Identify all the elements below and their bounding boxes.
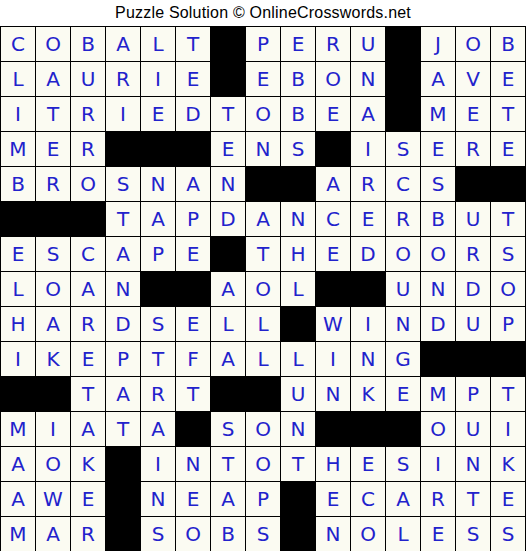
crossword-cell: A [421,62,456,97]
black-cell [71,202,106,237]
black-cell [1,377,36,412]
crossword-cell: S [491,237,526,272]
crossword-cell: K [36,342,71,377]
page-title: Puzzle Solution © OnlineCrosswords.net [0,0,526,26]
crossword-cell: O [36,27,71,62]
crossword-cell: B [211,517,246,551]
crossword-cell: N [316,517,351,551]
crossword-cell: A [211,482,246,517]
crossword-cell: R [386,202,421,237]
crossword-cell: R [71,132,106,167]
crossword-cell: H [316,447,351,482]
crossword-cell: T [36,97,71,132]
crossword-cell: A [1,482,36,517]
black-cell [176,412,211,447]
crossword-cell: T [456,482,491,517]
black-cell [211,62,246,97]
crossword-cell: E [176,237,211,272]
crossword-cell: N [456,447,491,482]
crossword-cell: N [281,412,316,447]
crossword-cell: U [351,27,386,62]
black-cell [281,167,316,202]
crossword-cell: T [281,447,316,482]
crossword-cell: O [421,237,456,272]
crossword-cell: O [246,447,281,482]
crossword-cell: A [106,27,141,62]
crossword-cell: I [1,97,36,132]
crossword-cell: R [106,62,141,97]
black-cell [456,167,491,202]
crossword-cell: E [456,97,491,132]
crossword-cell: O [71,167,106,202]
black-cell [141,272,176,307]
crossword-cell: D [456,272,491,307]
crossword-cell: M [1,412,36,447]
crossword-cell: E [351,202,386,237]
black-cell [281,307,316,342]
black-cell [246,167,281,202]
crossword-cell: P [176,202,211,237]
crossword-cell: O [491,272,526,307]
black-cell [386,97,421,132]
black-cell [316,272,351,307]
black-cell [211,27,246,62]
crossword-cell: D [176,97,211,132]
crossword-cell: E [176,62,211,97]
crossword-cell: A [1,447,36,482]
crossword-cell: A [36,307,71,342]
crossword-cell: T [211,97,246,132]
crossword-cell: P [456,377,491,412]
crossword-cell: T [246,237,281,272]
crossword-board: COBALTPERUJOBLAURIEEBONAVEITRIEDTOBEAMET… [0,26,526,551]
crossword-cell: W [316,307,351,342]
crossword-cell: D [106,307,141,342]
crossword-cell: T [141,342,176,377]
crossword-cell: N [421,272,456,307]
black-cell [351,272,386,307]
crossword-cell: K [71,447,106,482]
crossword-cell: R [141,377,176,412]
crossword-cell: C [1,27,36,62]
crossword-cell: I [1,342,36,377]
crossword-cell: H [1,307,36,342]
crossword-cell: R [71,307,106,342]
crossword-cell: N [316,377,351,412]
crossword-cell: P [491,307,526,342]
black-cell [386,412,421,447]
crossword-cell: I [141,62,176,97]
crossword-cell: U [386,272,421,307]
crossword-cell: A [211,342,246,377]
crossword-cell: E [386,377,421,412]
crossword-cell: B [281,62,316,97]
crossword-cell: B [1,167,36,202]
crossword-cell: E [491,132,526,167]
crossword-cell: S [141,517,176,551]
crossword-cell: O [176,517,211,551]
crossword-cell: E [71,342,106,377]
crossword-cell: R [456,237,491,272]
crossword-cell: A [246,202,281,237]
black-cell [246,377,281,412]
crossword-cell: P [246,27,281,62]
crossword-cell: S [386,447,421,482]
crossword-cell: A [211,272,246,307]
crossword-cell: E [36,132,71,167]
crossword-cell: R [316,27,351,62]
crossword-cell: O [456,27,491,62]
crossword-cell: R [36,167,71,202]
black-cell [106,447,141,482]
crossword-cell: A [316,167,351,202]
crossword-cell: M [421,377,456,412]
crossword-cell: C [351,482,386,517]
crossword-cell: N [281,202,316,237]
crossword-cell: N [106,272,141,307]
crossword-cell: T [176,27,211,62]
crossword-cell: M [421,97,456,132]
crossword-cell: B [281,97,316,132]
black-cell [386,27,421,62]
crossword-cell: A [71,412,106,447]
crossword-cell: S [491,517,526,551]
crossword-cell: E [491,482,526,517]
crossword-cell: S [211,412,246,447]
black-cell [281,517,316,551]
crossword-cell: E [141,97,176,132]
crossword-cell: S [141,307,176,342]
crossword-cell: O [246,97,281,132]
crossword-cell: E [316,482,351,517]
crossword-cell: P [246,482,281,517]
crossword-cell: T [211,447,246,482]
crossword-cell: C [386,167,421,202]
crossword-cell: S [281,132,316,167]
crossword-cell: I [351,132,386,167]
crossword-cell: G [386,342,421,377]
crossword-cell: P [141,237,176,272]
black-cell [421,342,456,377]
crossword-cell: E [176,482,211,517]
black-cell [1,202,36,237]
crossword-cell: B [71,27,106,62]
crossword-cell: C [71,237,106,272]
crossword-cell: L [281,272,316,307]
crossword-cell: O [386,237,421,272]
crossword-cell: B [491,27,526,62]
black-cell [316,132,351,167]
crossword-cell: D [211,202,246,237]
crossword-cell: U [71,62,106,97]
crossword-cell: S [421,167,456,202]
black-cell [386,62,421,97]
crossword-cell: E [211,132,246,167]
crossword-cell: A [176,167,211,202]
crossword-cell: L [1,272,36,307]
crossword-cell: N [351,342,386,377]
crossword-cell: I [421,447,456,482]
crossword-cell: T [106,202,141,237]
crossword-cell: I [106,97,141,132]
crossword-cell: R [421,482,456,517]
crossword-cell: N [386,307,421,342]
crossword-cell: A [106,237,141,272]
black-cell [316,412,351,447]
black-cell [456,342,491,377]
black-cell [36,377,71,412]
crossword-cell: S [456,517,491,551]
crossword-cell: F [176,342,211,377]
black-cell [176,272,211,307]
crossword-cell: I [491,412,526,447]
crossword-cell: O [246,272,281,307]
crossword-cell: A [386,482,421,517]
crossword-cell: N [141,482,176,517]
crossword-cell: E [71,482,106,517]
crossword-cell: R [71,517,106,551]
crossword-cell: L [386,517,421,551]
crossword-cell: T [176,377,211,412]
crossword-cell: R [351,167,386,202]
crossword-cell: A [351,97,386,132]
crossword-cell: A [106,377,141,412]
crossword-cell: O [246,412,281,447]
crossword-cell: I [36,412,71,447]
crossword-cell: L [211,307,246,342]
crossword-cell: H [281,237,316,272]
crossword-cell: M [1,132,36,167]
crossword-cell: N [246,132,281,167]
crossword-cell: E [316,97,351,132]
crossword-cell: L [246,342,281,377]
crossword-cell: T [106,412,141,447]
crossword-cell: O [421,412,456,447]
crossword-cell: E [316,237,351,272]
crossword-cell: M [1,517,36,551]
crossword-cell: A [141,412,176,447]
crossword-cell: N [176,447,211,482]
crossword-cell: L [1,62,36,97]
crossword-cell: I [351,307,386,342]
crossword-cell: U [281,377,316,412]
black-cell [106,517,141,551]
crossword-cell: I [316,342,351,377]
crossword-cell: O [36,447,71,482]
black-cell [106,482,141,517]
crossword-cell: S [36,237,71,272]
crossword-cell: L [246,307,281,342]
crossword-cell: D [421,307,456,342]
crossword-cell: J [421,27,456,62]
crossword-cell: E [421,132,456,167]
crossword-cell: V [456,62,491,97]
crossword-cell: E [421,517,456,551]
crossword-cell: U [456,202,491,237]
crossword-cell: A [36,517,71,551]
crossword-cell: K [491,447,526,482]
crossword-cell: N [351,62,386,97]
black-cell [36,202,71,237]
black-cell [141,132,176,167]
crossword-cell: A [71,272,106,307]
crossword-cell: A [141,202,176,237]
crossword-cell: L [281,342,316,377]
crossword-cell: O [316,62,351,97]
crossword-cell: E [246,62,281,97]
crossword-cell: L [141,27,176,62]
crossword-cell: E [281,27,316,62]
black-cell [176,132,211,167]
crossword-cell: U [456,412,491,447]
crossword-cell: U [456,307,491,342]
crossword-cell: E [1,237,36,272]
black-cell [491,342,526,377]
crossword-cell: P [106,342,141,377]
black-cell [351,412,386,447]
crossword-cell: E [491,62,526,97]
crossword-cell: S [246,517,281,551]
crossword-cell: S [386,132,421,167]
black-cell [281,482,316,517]
crossword-cell: O [351,517,386,551]
crossword-cell: E [176,307,211,342]
crossword-cell: N [211,167,246,202]
black-cell [211,237,246,272]
black-cell [106,132,141,167]
crossword-cell: K [351,377,386,412]
crossword-cell: D [351,237,386,272]
crossword-cell: R [71,97,106,132]
crossword-cell: W [36,482,71,517]
crossword-cell: N [141,167,176,202]
crossword-cell: T [491,377,526,412]
black-cell [491,167,526,202]
crossword-cell: T [491,97,526,132]
crossword-cell: T [71,377,106,412]
crossword-cell: S [106,167,141,202]
black-cell [211,377,246,412]
crossword-cell: T [491,202,526,237]
crossword-cell: R [456,132,491,167]
crossword-cell: B [421,202,456,237]
crossword-cell: E [351,447,386,482]
crossword-cell: O [36,272,71,307]
crossword-cell: C [316,202,351,237]
crossword-cell: I [141,447,176,482]
crossword-cell: A [36,62,71,97]
